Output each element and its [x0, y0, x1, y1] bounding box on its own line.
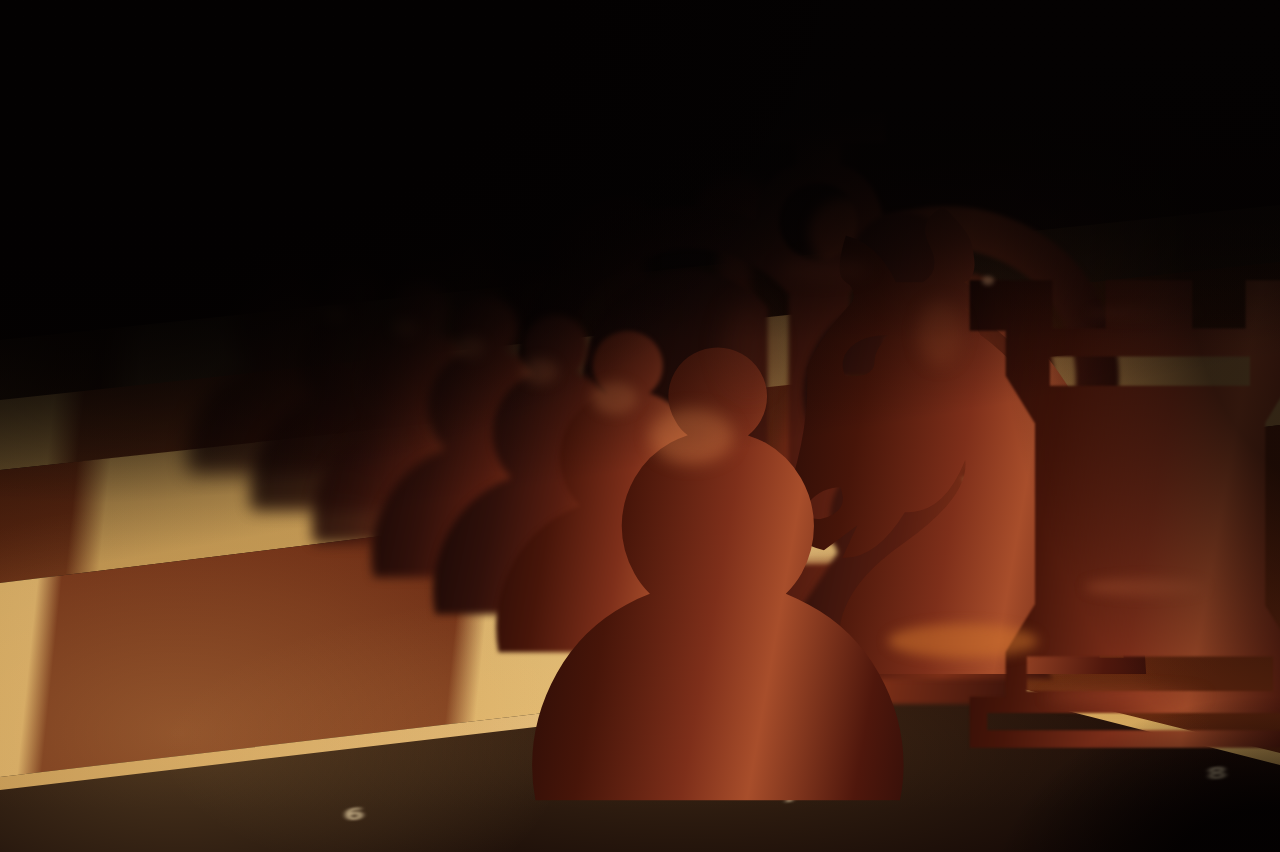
dark-vignette — [0, 0, 1280, 852]
chess-photo-scene: 6 7 8 ♞ ♝ ♛ ♚ ♝ ♞ ♜ ♟ ♟ ♟ ♟ ♟ ♟ ♟ — [0, 0, 1280, 852]
